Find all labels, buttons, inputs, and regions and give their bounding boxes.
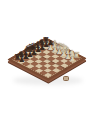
chess-set-product-photo: ♜♟♝♛♚♝♞♜♞♟♟♟♟♟♟♟♝♟♛♟♚♟♝♟♞♟♜♟ — [0, 0, 95, 126]
chess-board — [7, 37, 86, 80]
clasp-knob — [63, 76, 69, 81]
board-cell — [44, 73, 52, 78]
board-frame — [7, 37, 86, 80]
